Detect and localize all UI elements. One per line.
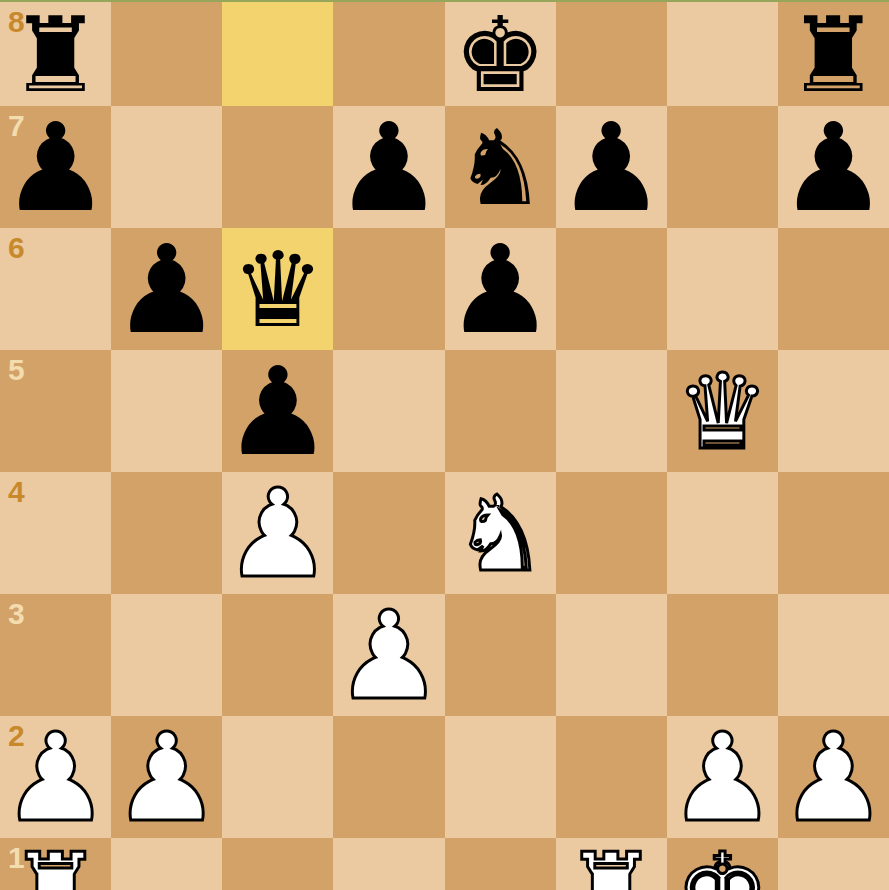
square-c2[interactable] bbox=[222, 716, 333, 838]
square-d6[interactable] bbox=[333, 228, 444, 350]
square-g2[interactable]: ♟ bbox=[667, 716, 778, 838]
square-h2[interactable]: ♟ bbox=[778, 716, 889, 838]
rank-label-5: 5 bbox=[8, 355, 25, 385]
piece-black-rook[interactable]: ♜ bbox=[9, 3, 102, 107]
piece-white-pawn[interactable]: ♟ bbox=[779, 717, 888, 839]
square-g3[interactable] bbox=[667, 594, 778, 716]
rank-label-4: 4 bbox=[8, 477, 25, 507]
piece-white-pawn[interactable]: ♟ bbox=[668, 717, 777, 839]
square-e7[interactable]: ♞ bbox=[445, 106, 556, 228]
piece-black-pawn[interactable]: ♟ bbox=[445, 229, 554, 351]
square-g5[interactable]: ♛ bbox=[667, 350, 778, 472]
piece-white-pawn[interactable]: ♟ bbox=[112, 717, 221, 839]
square-g4[interactable] bbox=[667, 472, 778, 594]
square-d1[interactable]: d bbox=[333, 838, 444, 890]
piece-black-pawn[interactable]: ♟ bbox=[223, 351, 332, 473]
square-g8[interactable] bbox=[667, 2, 778, 106]
piece-white-queen[interactable]: ♛ bbox=[676, 360, 769, 464]
square-h3[interactable] bbox=[778, 594, 889, 716]
square-d5[interactable] bbox=[333, 350, 444, 472]
square-c6[interactable]: ♛ bbox=[222, 228, 333, 350]
square-b5[interactable] bbox=[111, 350, 222, 472]
piece-black-rook[interactable]: ♜ bbox=[787, 3, 880, 107]
piece-black-pawn[interactable]: ♟ bbox=[557, 107, 666, 229]
chess-board-app: 8♜♚♜7♟♟♞♟♟6♟♛♟5♟♛4♟♞3♟2♟♟♟♟1a♜bcdef♜g♚h bbox=[0, 0, 889, 890]
square-b4[interactable] bbox=[111, 472, 222, 594]
square-a7[interactable]: 7♟ bbox=[0, 106, 111, 228]
square-g1[interactable]: g♚ bbox=[667, 838, 778, 890]
piece-black-knight[interactable]: ♞ bbox=[453, 116, 546, 220]
square-c7[interactable] bbox=[222, 106, 333, 228]
square-a8[interactable]: 8♜ bbox=[0, 2, 111, 106]
rank-label-3: 3 bbox=[8, 599, 25, 629]
square-a5[interactable]: 5 bbox=[0, 350, 111, 472]
square-e8[interactable]: ♚ bbox=[445, 2, 556, 106]
piece-black-king[interactable]: ♚ bbox=[453, 3, 546, 107]
square-f2[interactable] bbox=[556, 716, 667, 838]
square-g6[interactable] bbox=[667, 228, 778, 350]
square-f6[interactable] bbox=[556, 228, 667, 350]
square-d7[interactable]: ♟ bbox=[333, 106, 444, 228]
square-f4[interactable] bbox=[556, 472, 667, 594]
square-f8[interactable] bbox=[556, 2, 667, 106]
piece-black-pawn[interactable]: ♟ bbox=[334, 107, 443, 229]
square-e6[interactable]: ♟ bbox=[445, 228, 556, 350]
square-e5[interactable] bbox=[445, 350, 556, 472]
square-d3[interactable]: ♟ bbox=[333, 594, 444, 716]
square-h8[interactable]: ♜ bbox=[778, 2, 889, 106]
square-h6[interactable] bbox=[778, 228, 889, 350]
square-b3[interactable] bbox=[111, 594, 222, 716]
rank-label-6: 6 bbox=[8, 233, 25, 263]
piece-black-pawn[interactable]: ♟ bbox=[112, 229, 221, 351]
square-a4[interactable]: 4 bbox=[0, 472, 111, 594]
square-f3[interactable] bbox=[556, 594, 667, 716]
square-a2[interactable]: 2♟ bbox=[0, 716, 111, 838]
square-a6[interactable]: 6 bbox=[0, 228, 111, 350]
square-h5[interactable] bbox=[778, 350, 889, 472]
square-h1[interactable]: h bbox=[778, 838, 889, 890]
square-f5[interactable] bbox=[556, 350, 667, 472]
square-b1[interactable]: b bbox=[111, 838, 222, 890]
piece-white-knight[interactable]: ♞ bbox=[453, 482, 546, 586]
square-a1[interactable]: 1a♜ bbox=[0, 838, 111, 890]
piece-black-queen[interactable]: ♛ bbox=[231, 238, 324, 342]
square-h7[interactable]: ♟ bbox=[778, 106, 889, 228]
piece-white-king[interactable]: ♚ bbox=[676, 839, 769, 890]
square-g7[interactable] bbox=[667, 106, 778, 228]
piece-white-rook[interactable]: ♜ bbox=[9, 839, 102, 890]
piece-black-pawn[interactable]: ♟ bbox=[1, 107, 110, 229]
square-d4[interactable] bbox=[333, 472, 444, 594]
square-c4[interactable]: ♟ bbox=[222, 472, 333, 594]
square-e1[interactable]: e bbox=[445, 838, 556, 890]
piece-white-pawn[interactable]: ♟ bbox=[223, 473, 332, 595]
square-c1[interactable]: c bbox=[222, 838, 333, 890]
chess-board: 8♜♚♜7♟♟♞♟♟6♟♛♟5♟♛4♟♞3♟2♟♟♟♟1a♜bcdef♜g♚h bbox=[0, 2, 889, 890]
square-c5[interactable]: ♟ bbox=[222, 350, 333, 472]
square-e2[interactable] bbox=[445, 716, 556, 838]
piece-white-rook[interactable]: ♜ bbox=[565, 839, 658, 890]
square-h4[interactable] bbox=[778, 472, 889, 594]
square-e3[interactable] bbox=[445, 594, 556, 716]
square-c3[interactable] bbox=[222, 594, 333, 716]
square-f7[interactable]: ♟ bbox=[556, 106, 667, 228]
piece-black-pawn[interactable]: ♟ bbox=[779, 107, 888, 229]
square-d8[interactable] bbox=[333, 2, 444, 106]
square-b2[interactable]: ♟ bbox=[111, 716, 222, 838]
square-f1[interactable]: f♜ bbox=[556, 838, 667, 890]
square-b8[interactable] bbox=[111, 2, 222, 106]
piece-white-pawn[interactable]: ♟ bbox=[334, 595, 443, 717]
square-e4[interactable]: ♞ bbox=[445, 472, 556, 594]
piece-white-pawn[interactable]: ♟ bbox=[1, 717, 110, 839]
square-c8[interactable] bbox=[222, 2, 333, 106]
square-b6[interactable]: ♟ bbox=[111, 228, 222, 350]
square-a3[interactable]: 3 bbox=[0, 594, 111, 716]
square-d2[interactable] bbox=[333, 716, 444, 838]
square-b7[interactable] bbox=[111, 106, 222, 228]
